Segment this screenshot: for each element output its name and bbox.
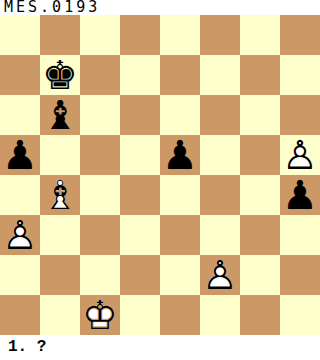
- square-d1[interactable]: [120, 295, 160, 335]
- square-b7[interactable]: ♚: [40, 55, 80, 95]
- square-c2[interactable]: [80, 255, 120, 295]
- square-d2[interactable]: [120, 255, 160, 295]
- square-e8[interactable]: [160, 15, 200, 55]
- square-c1[interactable]: ♚♔: [80, 295, 120, 335]
- square-h6[interactable]: [280, 95, 320, 135]
- black-pawn[interactable]: ♟: [280, 175, 320, 215]
- square-e2[interactable]: [160, 255, 200, 295]
- square-d5[interactable]: [120, 135, 160, 175]
- square-f6[interactable]: [200, 95, 240, 135]
- square-g7[interactable]: [240, 55, 280, 95]
- square-e1[interactable]: [160, 295, 200, 335]
- square-a8[interactable]: [0, 15, 40, 55]
- white-pawn[interactable]: ♟♙: [200, 255, 240, 295]
- square-a2[interactable]: [0, 255, 40, 295]
- square-c6[interactable]: [80, 95, 120, 135]
- square-g8[interactable]: [240, 15, 280, 55]
- square-d7[interactable]: [120, 55, 160, 95]
- square-f1[interactable]: [200, 295, 240, 335]
- black-pawn[interactable]: ♟: [160, 135, 200, 175]
- square-e4[interactable]: [160, 175, 200, 215]
- square-b1[interactable]: [40, 295, 80, 335]
- black-king[interactable]: ♚: [40, 55, 80, 95]
- square-f7[interactable]: [200, 55, 240, 95]
- white-bishop[interactable]: ♝♗: [40, 175, 80, 215]
- square-e5[interactable]: ♟: [160, 135, 200, 175]
- square-b5[interactable]: [40, 135, 80, 175]
- square-f5[interactable]: [200, 135, 240, 175]
- square-a4[interactable]: [0, 175, 40, 215]
- square-h8[interactable]: [280, 15, 320, 55]
- square-h7[interactable]: [280, 55, 320, 95]
- diagram-title: MES.0193: [0, 0, 320, 15]
- white-pawn-outline: ♙: [0, 215, 40, 255]
- square-b8[interactable]: [40, 15, 80, 55]
- square-d8[interactable]: [120, 15, 160, 55]
- move-prompt: 1. ?: [0, 335, 320, 360]
- square-h3[interactable]: [280, 215, 320, 255]
- square-b6[interactable]: ♝: [40, 95, 80, 135]
- square-f8[interactable]: [200, 15, 240, 55]
- square-h4[interactable]: ♟: [280, 175, 320, 215]
- white-pawn[interactable]: ♟♙: [280, 135, 320, 175]
- square-a6[interactable]: [0, 95, 40, 135]
- white-pawn-outline: ♙: [280, 135, 320, 175]
- square-e7[interactable]: [160, 55, 200, 95]
- square-g2[interactable]: [240, 255, 280, 295]
- square-c7[interactable]: [80, 55, 120, 95]
- square-a5[interactable]: ♟: [0, 135, 40, 175]
- black-pawn[interactable]: ♟: [0, 135, 40, 175]
- square-a3[interactable]: ♟♙: [0, 215, 40, 255]
- square-c5[interactable]: [80, 135, 120, 175]
- white-bishop-outline: ♗: [40, 175, 80, 215]
- square-g3[interactable]: [240, 215, 280, 255]
- square-c4[interactable]: [80, 175, 120, 215]
- square-e3[interactable]: [160, 215, 200, 255]
- square-g5[interactable]: [240, 135, 280, 175]
- chess-board: ♚♝♟♟♟♙♝♗♟♟♙♟♙♚♔: [0, 15, 320, 335]
- square-g1[interactable]: [240, 295, 280, 335]
- square-f3[interactable]: [200, 215, 240, 255]
- square-b4[interactable]: ♝♗: [40, 175, 80, 215]
- square-a1[interactable]: [0, 295, 40, 335]
- square-f4[interactable]: [200, 175, 240, 215]
- square-f2[interactable]: ♟♙: [200, 255, 240, 295]
- square-h2[interactable]: [280, 255, 320, 295]
- square-c3[interactable]: [80, 215, 120, 255]
- square-d4[interactable]: [120, 175, 160, 215]
- square-e6[interactable]: [160, 95, 200, 135]
- white-pawn-outline: ♙: [200, 255, 240, 295]
- white-king-outline: ♔: [80, 295, 120, 335]
- square-b2[interactable]: [40, 255, 80, 295]
- square-h1[interactable]: [280, 295, 320, 335]
- square-c8[interactable]: [80, 15, 120, 55]
- square-d6[interactable]: [120, 95, 160, 135]
- square-g4[interactable]: [240, 175, 280, 215]
- square-d3[interactable]: [120, 215, 160, 255]
- square-h5[interactable]: ♟♙: [280, 135, 320, 175]
- square-a7[interactable]: [0, 55, 40, 95]
- square-b3[interactable]: [40, 215, 80, 255]
- square-g6[interactable]: [240, 95, 280, 135]
- chess-diagram-window: MES.0193 ♚♝♟♟♟♙♝♗♟♟♙♟♙♚♔ 1. ?: [0, 0, 320, 360]
- black-bishop[interactable]: ♝: [40, 95, 80, 135]
- white-pawn[interactable]: ♟♙: [0, 215, 40, 255]
- white-king[interactable]: ♚♔: [80, 295, 120, 335]
